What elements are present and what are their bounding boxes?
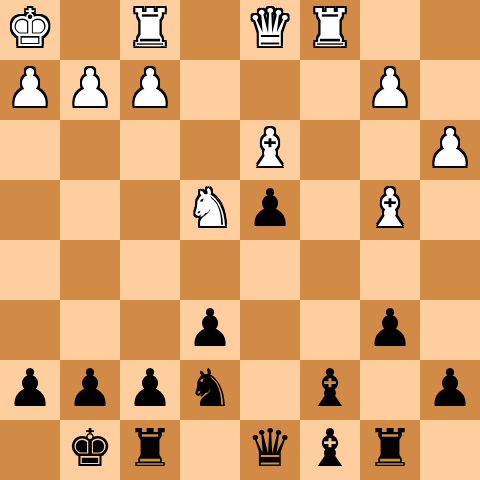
square-a4[interactable]	[420, 180, 480, 240]
black-knight-icon[interactable]: ♞	[187, 358, 234, 418]
black-king-icon[interactable]: ♚	[67, 418, 114, 478]
square-d6[interactable]	[240, 300, 300, 360]
black-rook-icon[interactable]: ♜	[127, 418, 174, 478]
square-e4[interactable]: ♞	[180, 180, 240, 240]
square-c2[interactable]	[300, 60, 360, 120]
square-g4[interactable]	[60, 180, 120, 240]
square-d3[interactable]: ♝	[240, 120, 300, 180]
square-d8[interactable]: ♛	[240, 420, 300, 480]
white-bishop-icon[interactable]: ♝	[247, 118, 294, 178]
square-c7[interactable]: ♝	[300, 360, 360, 420]
square-f6[interactable]	[120, 300, 180, 360]
square-c1[interactable]: ♜	[300, 0, 360, 60]
chess-board: ♚♜♛♜♟♟♟♟♝♟♞♟♝♟♟♟♟♟♞♝♟♚♜♛♝♜	[0, 0, 480, 480]
black-bishop-icon[interactable]: ♝	[307, 358, 354, 418]
white-rook-icon[interactable]: ♜	[307, 0, 354, 58]
square-h8[interactable]	[0, 420, 60, 480]
square-b1[interactable]	[360, 0, 420, 60]
black-pawn-icon[interactable]: ♟	[127, 358, 174, 418]
square-g2[interactable]: ♟	[60, 60, 120, 120]
square-g3[interactable]	[60, 120, 120, 180]
square-f1[interactable]: ♜	[120, 0, 180, 60]
square-e2[interactable]	[180, 60, 240, 120]
square-h2[interactable]: ♟	[0, 60, 60, 120]
black-pawn-icon[interactable]: ♟	[187, 298, 234, 358]
square-a8[interactable]	[420, 420, 480, 480]
square-c5[interactable]	[300, 240, 360, 300]
white-rook-icon[interactable]: ♜	[127, 0, 174, 58]
white-pawn-icon[interactable]: ♟	[67, 58, 114, 118]
square-a3[interactable]: ♟	[420, 120, 480, 180]
square-f7[interactable]: ♟	[120, 360, 180, 420]
square-b7[interactable]	[360, 360, 420, 420]
white-pawn-icon[interactable]: ♟	[7, 58, 54, 118]
square-b2[interactable]: ♟	[360, 60, 420, 120]
square-d4[interactable]: ♟	[240, 180, 300, 240]
black-bishop-icon[interactable]: ♝	[307, 418, 354, 478]
square-e6[interactable]: ♟	[180, 300, 240, 360]
square-b3[interactable]	[360, 120, 420, 180]
square-b8[interactable]: ♜	[360, 420, 420, 480]
square-g5[interactable]	[60, 240, 120, 300]
square-h4[interactable]	[0, 180, 60, 240]
square-h7[interactable]: ♟	[0, 360, 60, 420]
square-e1[interactable]	[180, 0, 240, 60]
square-e7[interactable]: ♞	[180, 360, 240, 420]
square-h3[interactable]	[0, 120, 60, 180]
white-pawn-icon[interactable]: ♟	[427, 118, 474, 178]
black-pawn-icon[interactable]: ♟	[247, 178, 294, 238]
square-d7[interactable]	[240, 360, 300, 420]
square-c6[interactable]	[300, 300, 360, 360]
white-queen-icon[interactable]: ♛	[247, 0, 294, 58]
black-pawn-icon[interactable]: ♟	[67, 358, 114, 418]
square-d1[interactable]: ♛	[240, 0, 300, 60]
white-pawn-icon[interactable]: ♟	[127, 58, 174, 118]
square-d2[interactable]	[240, 60, 300, 120]
black-queen-icon[interactable]: ♛	[247, 418, 294, 478]
black-pawn-icon[interactable]: ♟	[367, 298, 414, 358]
square-e8[interactable]	[180, 420, 240, 480]
square-a1[interactable]	[420, 0, 480, 60]
square-h1[interactable]: ♚	[0, 0, 60, 60]
square-g1[interactable]	[60, 0, 120, 60]
square-e5[interactable]	[180, 240, 240, 300]
square-d5[interactable]	[240, 240, 300, 300]
square-c8[interactable]: ♝	[300, 420, 360, 480]
square-g7[interactable]: ♟	[60, 360, 120, 420]
square-a7[interactable]: ♟	[420, 360, 480, 420]
square-b4[interactable]: ♝	[360, 180, 420, 240]
white-pawn-icon[interactable]: ♟	[367, 58, 414, 118]
square-c3[interactable]	[300, 120, 360, 180]
square-a6[interactable]	[420, 300, 480, 360]
white-king-icon[interactable]: ♚	[7, 0, 54, 58]
square-c4[interactable]	[300, 180, 360, 240]
black-pawn-icon[interactable]: ♟	[7, 358, 54, 418]
square-h5[interactable]	[0, 240, 60, 300]
white-bishop-icon[interactable]: ♝	[367, 178, 414, 238]
square-b5[interactable]	[360, 240, 420, 300]
white-knight-icon[interactable]: ♞	[187, 178, 234, 238]
square-f8[interactable]: ♜	[120, 420, 180, 480]
square-h6[interactable]	[0, 300, 60, 360]
square-f2[interactable]: ♟	[120, 60, 180, 120]
square-a5[interactable]	[420, 240, 480, 300]
square-g8[interactable]: ♚	[60, 420, 120, 480]
square-f5[interactable]	[120, 240, 180, 300]
black-pawn-icon[interactable]: ♟	[427, 358, 474, 418]
square-g6[interactable]	[60, 300, 120, 360]
square-b6[interactable]: ♟	[360, 300, 420, 360]
square-f3[interactable]	[120, 120, 180, 180]
square-e3[interactable]	[180, 120, 240, 180]
square-a2[interactable]	[420, 60, 480, 120]
square-f4[interactable]	[120, 180, 180, 240]
black-rook-icon[interactable]: ♜	[367, 418, 414, 478]
